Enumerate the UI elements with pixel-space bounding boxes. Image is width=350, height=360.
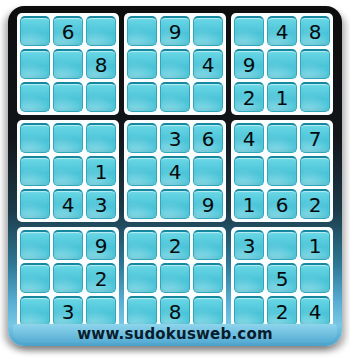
cell-r4c2[interactable] xyxy=(53,123,83,153)
cell-r2c6[interactable]: 4 xyxy=(193,49,223,79)
cell-r1c7[interactable] xyxy=(234,16,264,46)
cell-r7c8[interactable] xyxy=(267,230,297,260)
cell-r3c1[interactable] xyxy=(20,82,50,112)
cell-r8c3[interactable]: 2 xyxy=(86,263,116,293)
cell-r3c6[interactable] xyxy=(193,82,223,112)
cell-r9c5[interactable]: 8 xyxy=(160,296,190,326)
sudoku-board-panel: 6894489211433649471629232831524 www.sudo… xyxy=(8,6,342,346)
cell-r7c1[interactable] xyxy=(20,230,50,260)
cell-r6c2[interactable]: 4 xyxy=(53,189,83,219)
cell-r1c3[interactable] xyxy=(86,16,116,46)
cell-r1c2[interactable]: 6 xyxy=(53,16,83,46)
cell-r9c4[interactable] xyxy=(127,296,157,326)
cell-r4c6[interactable]: 6 xyxy=(193,123,223,153)
box-2-2: 3649 xyxy=(124,120,226,222)
cell-r7c5[interactable]: 2 xyxy=(160,230,190,260)
site-link[interactable]: www.sudokusweb.com xyxy=(77,325,272,343)
cell-r1c8[interactable]: 4 xyxy=(267,16,297,46)
cell-r7c6[interactable] xyxy=(193,230,223,260)
cell-r1c6[interactable] xyxy=(193,16,223,46)
box-3-2: 28 xyxy=(124,227,226,329)
cell-r4c7[interactable]: 4 xyxy=(234,123,264,153)
cell-r8c4[interactable] xyxy=(127,263,157,293)
cell-r4c1[interactable] xyxy=(20,123,50,153)
cell-r5c6[interactable] xyxy=(193,156,223,186)
cell-r9c1[interactable] xyxy=(20,296,50,326)
cell-r6c5[interactable] xyxy=(160,189,190,219)
cell-r1c4[interactable] xyxy=(127,16,157,46)
cell-r8c1[interactable] xyxy=(20,263,50,293)
cell-r2c2[interactable] xyxy=(53,49,83,79)
cell-r2c3[interactable]: 8 xyxy=(86,49,116,79)
box-1-1: 68 xyxy=(17,13,119,115)
cell-r6c8[interactable]: 6 xyxy=(267,189,297,219)
cell-r6c3[interactable]: 3 xyxy=(86,189,116,219)
cell-r3c8[interactable]: 1 xyxy=(267,82,297,112)
cell-r1c1[interactable] xyxy=(20,16,50,46)
cell-r7c9[interactable]: 1 xyxy=(300,230,330,260)
cell-r1c9[interactable]: 8 xyxy=(300,16,330,46)
cell-r6c6[interactable]: 9 xyxy=(193,189,223,219)
cell-r6c4[interactable] xyxy=(127,189,157,219)
cell-r7c7[interactable]: 3 xyxy=(234,230,264,260)
cell-r3c7[interactable]: 2 xyxy=(234,82,264,112)
cell-r2c9[interactable] xyxy=(300,49,330,79)
cell-r3c2[interactable] xyxy=(53,82,83,112)
cell-r5c5[interactable]: 4 xyxy=(160,156,190,186)
cell-r3c4[interactable] xyxy=(127,82,157,112)
cell-r5c4[interactable] xyxy=(127,156,157,186)
cell-r3c3[interactable] xyxy=(86,82,116,112)
cell-r3c9[interactable] xyxy=(300,82,330,112)
cell-r7c2[interactable] xyxy=(53,230,83,260)
cell-r6c1[interactable] xyxy=(20,189,50,219)
cell-r2c1[interactable] xyxy=(20,49,50,79)
cell-r4c5[interactable]: 3 xyxy=(160,123,190,153)
cell-r2c4[interactable] xyxy=(127,49,157,79)
cell-r5c2[interactable] xyxy=(53,156,83,186)
cell-r9c6[interactable] xyxy=(193,296,223,326)
cell-r1c5[interactable]: 9 xyxy=(160,16,190,46)
cell-r5c7[interactable] xyxy=(234,156,264,186)
cell-r5c8[interactable] xyxy=(267,156,297,186)
cell-r8c7[interactable] xyxy=(234,263,264,293)
box-3-3: 31524 xyxy=(231,227,333,329)
cell-r9c7[interactable] xyxy=(234,296,264,326)
cell-r4c9[interactable]: 7 xyxy=(300,123,330,153)
cell-r8c6[interactable] xyxy=(193,263,223,293)
cell-r8c9[interactable] xyxy=(300,263,330,293)
cell-r5c9[interactable] xyxy=(300,156,330,186)
cell-r3c5[interactable] xyxy=(160,82,190,112)
cell-r9c8[interactable]: 2 xyxy=(267,296,297,326)
cell-r6c7[interactable]: 1 xyxy=(234,189,264,219)
cell-r2c7[interactable]: 9 xyxy=(234,49,264,79)
cell-r8c2[interactable] xyxy=(53,263,83,293)
cell-r8c8[interactable]: 5 xyxy=(267,263,297,293)
cell-r2c8[interactable] xyxy=(267,49,297,79)
box-2-3: 47162 xyxy=(231,120,333,222)
box-3-1: 923 xyxy=(17,227,119,329)
box-2-1: 143 xyxy=(17,120,119,222)
box-1-3: 48921 xyxy=(231,13,333,115)
cell-r7c4[interactable] xyxy=(127,230,157,260)
cell-r9c9[interactable]: 4 xyxy=(300,296,330,326)
cell-r2c5[interactable] xyxy=(160,49,190,79)
sudoku-grid: 6894489211433649471629232831524 xyxy=(8,6,342,329)
cell-r4c8[interactable] xyxy=(267,123,297,153)
box-1-2: 94 xyxy=(124,13,226,115)
cell-r8c5[interactable] xyxy=(160,263,190,293)
cell-r9c2[interactable]: 3 xyxy=(53,296,83,326)
cell-r5c1[interactable] xyxy=(20,156,50,186)
cell-r5c3[interactable]: 1 xyxy=(86,156,116,186)
cell-r6c9[interactable]: 2 xyxy=(300,189,330,219)
cell-r4c4[interactable] xyxy=(127,123,157,153)
cell-r4c3[interactable] xyxy=(86,123,116,153)
cell-r9c3[interactable] xyxy=(86,296,116,326)
cell-r7c3[interactable]: 9 xyxy=(86,230,116,260)
footer-bar: www.sudokusweb.com xyxy=(13,324,337,343)
